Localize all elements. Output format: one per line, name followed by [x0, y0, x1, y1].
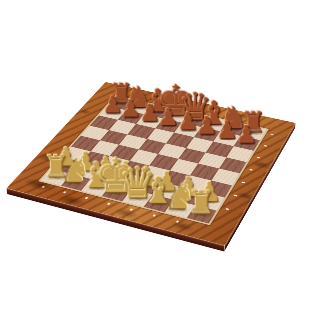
product-photo-scene: ♜♞♝♛♚♝♞♜♟♟♟♟♟♟♟♟♟♟♟♟♟♟♟♟♜♞♝♛♚♝♞♜: [0, 0, 310, 310]
white-rook[interactable]: ♜: [176, 187, 228, 219]
chess-board[interactable]: ♜♞♝♛♚♝♞♜♟♟♟♟♟♟♟♟♟♟♟♟♟♟♟♟♜♞♝♛♚♝♞♜: [7, 82, 296, 245]
